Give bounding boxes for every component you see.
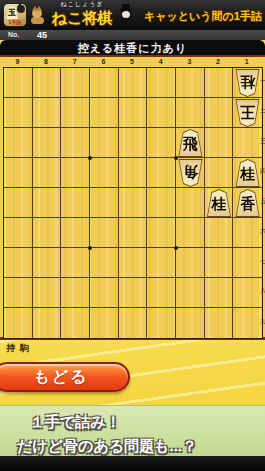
board-cell-9一[interactable] [4, 68, 33, 98]
file-label-3: 3 [175, 57, 204, 67]
board-cell-7九[interactable] [61, 308, 90, 338]
cat-mascot-icon [31, 9, 44, 24]
board-cell-3七[interactable] [176, 248, 205, 278]
file-label-5: 5 [118, 57, 147, 67]
board-cell-6八[interactable] [90, 278, 119, 308]
board-cell-6二[interactable] [90, 98, 119, 128]
board-cell-5八[interactable] [119, 278, 148, 308]
board-cell-4二[interactable] [147, 98, 176, 128]
star-point [174, 246, 178, 250]
file-label-9: 9 [3, 57, 32, 67]
star-point [88, 246, 92, 250]
shogi-board-area: 987654321 桂王飛角桂桂香 一二三四五六七八九 [0, 55, 265, 340]
board-cell-4八[interactable] [147, 278, 176, 308]
star-point [88, 156, 92, 160]
magician-cat-icon [119, 4, 133, 26]
board-cell-6五[interactable] [90, 188, 119, 218]
hand-label: 持駒 [6, 342, 34, 355]
rank-label-六: 六 [260, 228, 265, 235]
app-icon-caption: 1手詰 [4, 19, 26, 25]
rank-label-七: 七 [260, 258, 265, 265]
board-cell-6三[interactable] [90, 128, 119, 158]
board-cell-9二[interactable] [4, 98, 33, 128]
board-cell-3一[interactable] [176, 68, 205, 98]
board-cell-8四[interactable] [33, 158, 62, 188]
board-cell-7四[interactable] [61, 158, 90, 188]
board-cell-1三[interactable] [233, 128, 262, 158]
board-cell-8七[interactable] [33, 248, 62, 278]
board-cell-9五[interactable] [4, 188, 33, 218]
board-cell-6一[interactable] [90, 68, 119, 98]
rank-label-九: 九 [260, 318, 265, 325]
board-cell-2二[interactable] [205, 98, 234, 128]
board-cell-5一[interactable] [119, 68, 148, 98]
board-cell-4五[interactable] [147, 188, 176, 218]
app-icon-cat-icon [17, 5, 25, 13]
problem-title: 控える桂香に力あり [0, 41, 265, 56]
board-cell-2四[interactable] [205, 158, 234, 188]
board-cell-7五[interactable] [61, 188, 90, 218]
board-cell-6九[interactable] [90, 308, 119, 338]
board-cell-3二[interactable] [176, 98, 205, 128]
board-cell-4七[interactable] [147, 248, 176, 278]
logo-furigana: ねこしょうぎ [46, 1, 118, 8]
board-cell-2三[interactable] [205, 128, 234, 158]
board-cell-2九[interactable] [205, 308, 234, 338]
board-cell-3九[interactable] [176, 308, 205, 338]
board-cell-5二[interactable] [119, 98, 148, 128]
message-panel: １手で詰み！ だけど骨のある問題も...？ [0, 405, 265, 456]
problem-title-bar: 控える桂香に力あり [0, 40, 265, 55]
board-cell-7一[interactable] [61, 68, 90, 98]
board-cell-1八[interactable] [233, 278, 262, 308]
app-icon: 玉 1手詰 [3, 3, 27, 27]
board-cell-4三[interactable] [147, 128, 176, 158]
app-header: 玉 1手詰 ねこしょうぎ ねこ将棋 キャッという間の1手詰 [0, 0, 265, 31]
board-cell-8一[interactable] [33, 68, 62, 98]
file-label-6: 6 [89, 57, 118, 67]
board-cell-4六[interactable] [147, 218, 176, 248]
board-cell-2七[interactable] [205, 248, 234, 278]
board-cell-7六[interactable] [61, 218, 90, 248]
board-cell-9八[interactable] [4, 278, 33, 308]
board-cell-2八[interactable] [205, 278, 234, 308]
board-cell-4四[interactable] [147, 158, 176, 188]
board-cell-7二[interactable] [61, 98, 90, 128]
board-cell-7三[interactable] [61, 128, 90, 158]
board-cell-2一[interactable] [205, 68, 234, 98]
message-line-2: だけど骨のある問題も...？ [17, 437, 197, 456]
board-cell-5五[interactable] [119, 188, 148, 218]
board-cell-8九[interactable] [33, 308, 62, 338]
board-cell-8二[interactable] [33, 98, 62, 128]
board-cell-6四[interactable] [90, 158, 119, 188]
shogi-board-grid: 桂王飛角桂桂香 [3, 67, 263, 339]
problem-number: 45 [37, 30, 47, 40]
file-label-7: 7 [60, 57, 89, 67]
problem-number-bar: No. 45 [0, 30, 265, 40]
file-labels: 987654321 [3, 57, 261, 67]
back-button-label: もどる [33, 367, 88, 388]
lower-panel: 持駒 もどる [0, 340, 265, 405]
board-cell-3八[interactable] [176, 278, 205, 308]
board-cell-8三[interactable] [33, 128, 62, 158]
back-button[interactable]: もどる [0, 362, 130, 392]
board-cell-5九[interactable] [119, 308, 148, 338]
bottom-bar [0, 456, 265, 471]
rank-label-五: 五 [260, 198, 265, 205]
board-cell-8六[interactable] [33, 218, 62, 248]
logo-text: ねこ将棋 [46, 8, 118, 28]
board-cell-7八[interactable] [61, 278, 90, 308]
board-cell-9六[interactable] [4, 218, 33, 248]
file-label-2: 2 [204, 57, 233, 67]
star-point [174, 156, 178, 160]
rank-label-一: 一 [260, 78, 265, 85]
file-label-1: 1 [232, 57, 261, 67]
file-label-4: 4 [146, 57, 175, 67]
app-subtitle: キャッという間の1手詰 [144, 9, 262, 24]
app-logo: ねこしょうぎ ねこ将棋 [46, 1, 118, 28]
board-cell-1六[interactable] [233, 218, 262, 248]
board-cell-5四[interactable] [119, 158, 148, 188]
board-cell-7七[interactable] [61, 248, 90, 278]
board-cell-3六[interactable] [176, 218, 205, 248]
board-cell-5七[interactable] [119, 248, 148, 278]
board-cell-5六[interactable] [119, 218, 148, 248]
board-cell-5三[interactable] [119, 128, 148, 158]
board-cell-6七[interactable] [90, 248, 119, 278]
board-cell-9九[interactable] [4, 308, 33, 338]
rank-label-四: 四 [260, 168, 265, 175]
board-cell-6六[interactable] [90, 218, 119, 248]
board-cell-2六[interactable] [205, 218, 234, 248]
board-cell-9七[interactable] [4, 248, 33, 278]
board-cell-4九[interactable] [147, 308, 176, 338]
board-cell-1七[interactable] [233, 248, 262, 278]
board-cell-3五[interactable] [176, 188, 205, 218]
rank-label-二: 二 [260, 108, 265, 115]
board-cell-9四[interactable] [4, 158, 33, 188]
board-cell-4一[interactable] [147, 68, 176, 98]
board-cell-9三[interactable] [4, 128, 33, 158]
message-line-1: １手で詰み！ [30, 413, 121, 432]
board-cell-1九[interactable] [233, 308, 262, 338]
rank-label-三: 三 [260, 138, 265, 145]
board-cell-8五[interactable] [33, 188, 62, 218]
rank-label-八: 八 [260, 288, 265, 295]
file-label-8: 8 [32, 57, 61, 67]
problem-no-label: No. [8, 31, 19, 38]
board-cell-8八[interactable] [33, 278, 62, 308]
